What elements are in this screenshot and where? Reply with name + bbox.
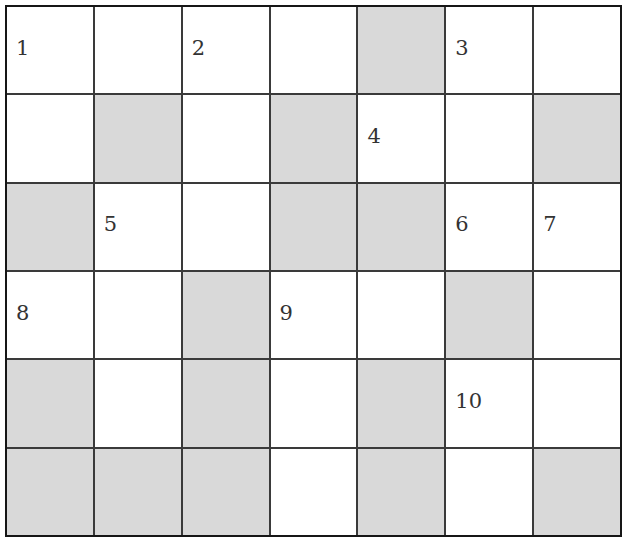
open-cell-r5c7[interactable] [534, 360, 620, 446]
open-cell-r5c4[interactable] [271, 360, 357, 446]
blocked-cell-r6c3 [183, 449, 269, 535]
open-cell-r1c3[interactable]: 2 [183, 7, 269, 93]
open-cell-r2c3[interactable] [183, 95, 269, 181]
clue-number-1: 1 [16, 38, 29, 59]
open-cell-r1c6[interactable]: 3 [446, 7, 532, 93]
blocked-cell-r4c6 [446, 272, 532, 358]
clue-number-9: 9 [280, 303, 293, 324]
clue-number-10: 10 [455, 391, 482, 412]
open-cell-r1c7[interactable] [534, 7, 620, 93]
blocked-cell-r6c2 [95, 449, 181, 535]
blocked-cell-r5c3 [183, 360, 269, 446]
clue-number-4: 4 [367, 126, 380, 147]
open-cell-r4c4[interactable]: 9 [271, 272, 357, 358]
open-cell-r3c3[interactable] [183, 184, 269, 270]
open-cell-r1c1[interactable]: 1 [7, 7, 93, 93]
clue-number-3: 3 [455, 38, 468, 59]
blocked-cell-r3c1 [7, 184, 93, 270]
blocked-cell-r2c4 [271, 95, 357, 181]
crossword-grid: 12345678910 [5, 5, 622, 537]
clue-number-8: 8 [16, 303, 29, 324]
open-cell-r5c2[interactable] [95, 360, 181, 446]
blocked-cell-r6c1 [7, 449, 93, 535]
open-cell-r3c6[interactable]: 6 [446, 184, 532, 270]
blocked-cell-r5c5 [358, 360, 444, 446]
open-cell-r4c1[interactable]: 8 [7, 272, 93, 358]
open-cell-r1c2[interactable] [95, 7, 181, 93]
open-cell-r6c4[interactable] [271, 449, 357, 535]
blocked-cell-r6c7 [534, 449, 620, 535]
blocked-cell-r3c4 [271, 184, 357, 270]
blocked-cell-r6c5 [358, 449, 444, 535]
clue-number-5: 5 [104, 214, 117, 235]
open-cell-r1c4[interactable] [271, 7, 357, 93]
open-cell-r5c6[interactable]: 10 [446, 360, 532, 446]
open-cell-r3c2[interactable]: 5 [95, 184, 181, 270]
clue-number-2: 2 [192, 38, 205, 59]
open-cell-r2c6[interactable] [446, 95, 532, 181]
open-cell-r2c1[interactable] [7, 95, 93, 181]
blocked-cell-r1c5 [358, 7, 444, 93]
open-cell-r3c7[interactable]: 7 [534, 184, 620, 270]
clue-number-7: 7 [543, 214, 556, 235]
blocked-cell-r2c2 [95, 95, 181, 181]
open-cell-r4c2[interactable] [95, 272, 181, 358]
open-cell-r4c5[interactable] [358, 272, 444, 358]
open-cell-r4c7[interactable] [534, 272, 620, 358]
blocked-cell-r4c3 [183, 272, 269, 358]
blocked-cell-r5c1 [7, 360, 93, 446]
open-cell-r6c6[interactable] [446, 449, 532, 535]
clue-number-6: 6 [455, 214, 468, 235]
blocked-cell-r3c5 [358, 184, 444, 270]
open-cell-r2c5[interactable]: 4 [358, 95, 444, 181]
blocked-cell-r2c7 [534, 95, 620, 181]
